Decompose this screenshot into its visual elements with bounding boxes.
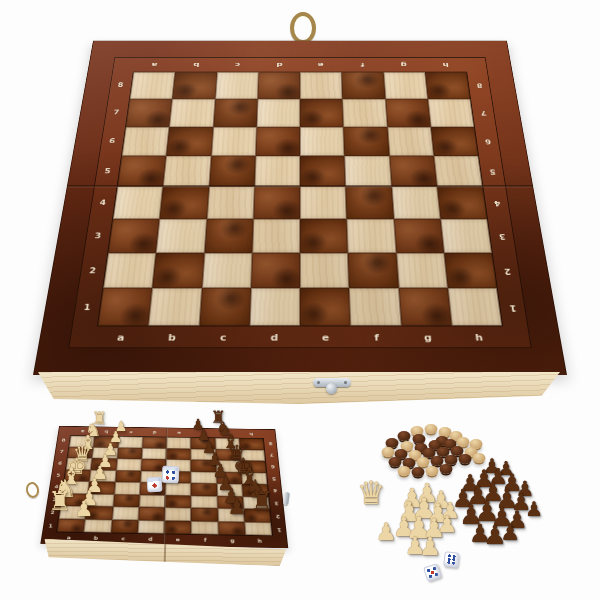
screw-icon [317, 381, 320, 384]
checker-disc [425, 424, 438, 434]
file-label: e [176, 537, 180, 542]
checker-disc [398, 431, 411, 441]
main-board-square [346, 187, 394, 219]
main-board-square [117, 156, 166, 187]
fold-seam [164, 542, 166, 563]
file-label: c [235, 61, 240, 67]
rank-label: 3 [94, 232, 101, 239]
light-chess-piece: ♟ [400, 485, 423, 511]
main-board-square [398, 288, 451, 325]
rank-label: 1 [48, 523, 53, 528]
small-board-square [191, 495, 217, 508]
checker-disc [417, 457, 430, 467]
rank-label: 8 [117, 82, 123, 88]
box-side-panel [38, 372, 560, 404]
rank-label: 5 [104, 168, 111, 175]
rank-label: 6 [270, 464, 274, 468]
main-board-square [300, 99, 344, 127]
main-board-square [300, 219, 348, 253]
dark-chess-piece: ♟ [516, 479, 535, 500]
main-board-square [211, 127, 257, 156]
light-chess-piece: ♟ [430, 488, 452, 512]
small-board-square [85, 506, 113, 519]
rank-label: 4 [273, 488, 277, 493]
dark-chess-piece: ♟ [501, 471, 523, 495]
file-label: c [220, 333, 227, 342]
main-board-square [425, 72, 470, 99]
small-board-square [241, 472, 267, 484]
main-board-square [172, 72, 216, 99]
small-clasp-icon [283, 492, 290, 506]
small-board-square [165, 495, 191, 508]
light-chess-piece: ♟ [426, 500, 449, 526]
checker-disc [473, 453, 486, 463]
checker-disc [398, 466, 411, 476]
main-board-square [163, 156, 211, 187]
file-label: g [400, 61, 407, 67]
main-board-square [254, 156, 300, 187]
small-board-square [64, 469, 91, 481]
checker-disc [382, 447, 395, 457]
file-label: b [193, 61, 200, 67]
main-board-square [213, 99, 258, 127]
small-board-square [115, 470, 141, 482]
main-board-square [347, 219, 396, 253]
main-board-square [387, 127, 434, 156]
small-board-square [216, 460, 241, 472]
main-board-square [206, 187, 254, 219]
rank-label: 5 [489, 168, 496, 175]
rank-label: 7 [113, 109, 120, 115]
product-photo: aa88bb77cc66dd55ee44ff33gg22hh11 aa88bb7… [0, 0, 600, 600]
main-board-square [345, 156, 392, 187]
main-board-square [344, 127, 390, 156]
main-board-square [148, 288, 201, 325]
file-label: c [121, 536, 125, 541]
main-board-square [256, 99, 300, 127]
small-board-square [216, 472, 242, 484]
main-board-square [108, 219, 160, 253]
main-board-square [257, 72, 300, 99]
dark-chess-piece: ♟ [525, 499, 543, 519]
dark-chess-piece: ♟ [495, 486, 518, 512]
main-board-square [343, 99, 388, 127]
checker-disc [412, 467, 425, 477]
small-board-square [117, 447, 142, 459]
small-board-square [116, 459, 142, 471]
file-label: b [105, 430, 109, 434]
main-board-grid [97, 72, 503, 327]
dark-chess-piece: ♟ [469, 521, 491, 546]
light-chess-piece: ♟ [419, 534, 441, 559]
light-chess-piece: ♟ [392, 514, 415, 540]
file-label: e [318, 61, 324, 67]
rank-label: 7 [269, 453, 273, 457]
small-board-square [191, 460, 216, 472]
file-label: h [442, 61, 449, 67]
small-board-square [87, 494, 114, 507]
small-board-square [239, 438, 264, 449]
small-board-square [118, 437, 143, 448]
dark-chess-piece: ♟ [482, 480, 504, 505]
light-chess-piece: ♟ [440, 500, 460, 522]
small-board-square [240, 449, 265, 461]
fold-seam [68, 185, 533, 187]
rank-label: 8 [268, 442, 272, 446]
main-chessboard: aa88bb77cc66dd55ee44ff33gg22hh11 [33, 41, 567, 375]
main-board-square [342, 72, 385, 99]
small-board-square [113, 494, 140, 507]
rank-label: 3 [274, 501, 278, 506]
file-label: d [148, 536, 152, 541]
file-label: d [276, 61, 282, 67]
main-board-square [249, 288, 300, 325]
main-board-square [251, 253, 300, 289]
small-board-square [92, 447, 118, 459]
file-label: a [81, 429, 85, 433]
small-board-square [91, 458, 117, 470]
small-board-square [165, 483, 191, 496]
small-board-square [217, 496, 244, 509]
light-chess-piece: ♟ [397, 498, 421, 525]
small-board-square [84, 519, 112, 533]
small-board-square [63, 481, 90, 494]
small-board-square [215, 449, 240, 461]
latch-knob [326, 383, 337, 394]
rank-label: 5 [56, 473, 61, 477]
dark-chess-piece: ♟ [452, 486, 474, 511]
small-board-square [166, 437, 190, 448]
file-label: h [249, 432, 253, 436]
file-label: h [258, 538, 263, 543]
rank-label: 1 [83, 303, 91, 311]
main-board-square [103, 253, 156, 289]
rank-label: 4 [54, 485, 59, 489]
dark-chess-piece: ♟ [500, 522, 520, 544]
main-board-square [394, 219, 444, 253]
small-board-square [137, 520, 164, 534]
file-label: g [230, 538, 235, 543]
small-board-square [165, 507, 192, 520]
dark-chess-piece: ♟ [474, 498, 499, 526]
rank-label: 5 [272, 476, 276, 480]
small-board-square [191, 483, 217, 496]
small-board-square [216, 484, 242, 497]
small-board-square [61, 493, 88, 506]
light-chess-piece: ♟ [404, 534, 426, 558]
rank-label: 7 [60, 450, 64, 454]
main-board-square [300, 127, 345, 156]
light-chess-piece: ♟ [406, 513, 433, 543]
rank-label: 4 [99, 199, 106, 206]
file-label: e [177, 431, 181, 435]
main-board-square [252, 219, 300, 253]
main-board-square [126, 99, 172, 127]
file-label: b [168, 333, 176, 342]
main-board-square [389, 156, 437, 187]
rank-label: 6 [484, 138, 491, 144]
small-board-square [240, 461, 266, 473]
main-board-square [428, 99, 474, 127]
checker-disc [459, 454, 472, 464]
main-board-square [431, 127, 479, 156]
small-board-square [68, 447, 94, 459]
small-board-square [93, 436, 118, 447]
main-board-square [437, 187, 487, 219]
small-board-square [90, 470, 116, 482]
dark-chess-piece: ♟ [497, 459, 514, 478]
main-board-square [156, 219, 206, 253]
metal-latch [313, 378, 351, 387]
small-board-square [242, 484, 269, 497]
small-board-square [111, 519, 139, 533]
rank-label: 3 [52, 497, 57, 502]
dark-chess-piece: ♟ [506, 508, 528, 532]
main-board-square [383, 72, 427, 99]
main-board-square [300, 156, 346, 187]
rank-label: 1 [509, 303, 517, 311]
light-chess-piece: ♟ [415, 480, 438, 506]
rank-label: 2 [89, 267, 97, 275]
small-board-square [243, 496, 270, 509]
main-board-square [215, 72, 258, 99]
rank-label: 4 [494, 199, 501, 206]
main-board-square [448, 288, 502, 325]
small-board-square [69, 436, 95, 447]
main-board-square [391, 187, 440, 219]
dark-chess-piece: ♟ [488, 466, 508, 488]
dark-chess-piece: ♟ [511, 491, 532, 514]
main-board-square [98, 288, 152, 325]
small-board-square [114, 482, 140, 495]
small-board-square [164, 520, 191, 534]
main-board-square [122, 127, 170, 156]
main-board-square [300, 253, 349, 289]
small-board-square [217, 508, 244, 521]
main-board-square [440, 219, 492, 253]
die [423, 563, 442, 582]
rank-label: 6 [109, 138, 116, 144]
rank-label: 1 [277, 527, 282, 532]
small-board-square [59, 506, 87, 519]
file-label: f [360, 61, 364, 67]
small-board-square [191, 449, 216, 461]
small-hanging-ring-icon [24, 481, 40, 499]
dark-chess-piece: ♟ [483, 456, 501, 476]
small-board-square [191, 508, 218, 521]
main-board-square [166, 127, 213, 156]
light-chess-piece: ♟ [437, 513, 458, 536]
main-board-square [202, 253, 252, 289]
main-board-square [113, 187, 163, 219]
rank-label: 8 [476, 82, 482, 88]
chess-piece: ♜ [210, 409, 225, 426]
small-board-square [166, 448, 191, 460]
file-label: b [94, 535, 99, 540]
small-board-square [139, 494, 165, 507]
dark-chess-piece: ♟ [473, 467, 495, 491]
small-board-square [141, 448, 166, 460]
main-board-square [199, 288, 251, 325]
file-label: e [322, 333, 329, 342]
file-label: f [202, 431, 204, 435]
small-board-square [191, 521, 218, 535]
small-board-square [57, 519, 85, 533]
file-label: c [129, 430, 132, 434]
checker-disc [440, 464, 453, 474]
main-board-square [348, 253, 398, 289]
light-chess-piece: ♟ [375, 520, 397, 544]
small-board-square [218, 521, 245, 535]
dark-chess-piece: ♟ [466, 482, 489, 508]
rank-label: 8 [61, 438, 65, 442]
small-board-square [142, 437, 167, 448]
dark-chess-piece: ♟ [483, 522, 506, 548]
file-label: a [151, 61, 158, 67]
small-board-square [88, 481, 115, 494]
small-board-square [66, 458, 92, 470]
chess-piece: ♜ [91, 410, 106, 427]
main-board-square [300, 72, 343, 99]
file-label: h [475, 333, 484, 342]
small-board-square [138, 507, 165, 520]
die [162, 466, 180, 484]
dark-chess-piece: ♟ [459, 501, 483, 528]
main-board-square [396, 253, 448, 289]
main-board-square [300, 288, 351, 325]
file-label: g [424, 333, 432, 342]
main-board-square [209, 156, 256, 187]
file-label: g [225, 431, 229, 435]
small-board-square [244, 522, 272, 536]
screw-icon [344, 381, 347, 384]
file-label: a [67, 535, 72, 540]
main-board-square [444, 253, 497, 289]
small-board-square [215, 438, 240, 449]
file-label: d [153, 430, 157, 434]
checker-disc [426, 466, 439, 476]
rank-label: 2 [50, 510, 55, 515]
file-label: f [374, 333, 379, 342]
rank-label: 3 [498, 232, 505, 239]
small-board-square [112, 507, 139, 520]
main-board-square [204, 219, 253, 253]
die [146, 476, 162, 492]
file-label: f [204, 537, 207, 542]
die [443, 551, 459, 567]
small-board-square [191, 438, 215, 449]
light-chess-piece: ♛ [357, 477, 386, 509]
rank-label: 6 [58, 461, 62, 465]
hanging-ring-icon [290, 12, 316, 44]
main-board-square [434, 156, 483, 187]
main-board-square [300, 187, 347, 219]
light-chess-piece: ♟ [411, 495, 436, 523]
main-board-square [349, 288, 401, 325]
small-board-square [191, 471, 216, 483]
light-chess-piece: ♟ [422, 515, 445, 541]
small-board-square [243, 509, 270, 522]
main-board-square [130, 72, 175, 99]
rank-label: 2 [504, 267, 512, 275]
main-board-square [152, 253, 204, 289]
main-board-square [253, 187, 300, 219]
rank-label: 7 [480, 109, 487, 115]
file-label: a [117, 333, 125, 342]
main-board-square [160, 187, 209, 219]
main-board-square [169, 99, 214, 127]
file-label: d [270, 333, 278, 342]
small-chessboard: aa88bb77cc66dd55ee44ff33gg22hh11 [40, 426, 288, 548]
dark-chess-piece: ♟ [490, 504, 513, 530]
rank-label: 2 [275, 514, 280, 519]
checker-disc [389, 457, 402, 467]
main-board-square [385, 99, 430, 127]
dark-chess-piece: ♟ [460, 472, 481, 495]
main-board-square [255, 127, 300, 156]
